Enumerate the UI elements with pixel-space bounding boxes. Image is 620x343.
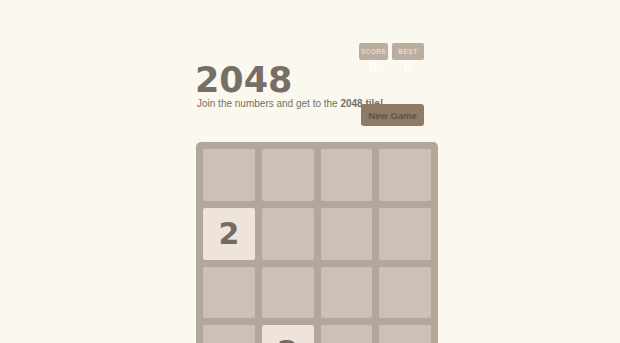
cell-empty — [379, 267, 431, 319]
cell-empty — [321, 208, 373, 260]
cell-empty — [203, 325, 255, 343]
subtitle: Join the numbers and get to the 2048 til… — [197, 98, 383, 109]
new-game-button[interactable]: New Game — [361, 104, 424, 126]
cell-empty — [379, 149, 431, 201]
subtitle-text: Join the numbers and get to the — [197, 98, 340, 109]
tile-2: 2 — [203, 208, 255, 260]
score-box: SCORE 0 — [359, 43, 388, 60]
best-value: 0 — [392, 60, 424, 74]
tile-2: 2 — [262, 325, 314, 343]
best-label: BEST — [398, 48, 417, 55]
cell-empty — [262, 208, 314, 260]
cell-empty — [262, 149, 314, 201]
score-label: SCORE — [361, 48, 387, 55]
cell-empty — [262, 267, 314, 319]
best-box: BEST 0 — [392, 43, 424, 60]
cell-empty — [379, 208, 431, 260]
cell-empty — [203, 267, 255, 319]
cell-empty — [379, 325, 431, 343]
cell-empty — [321, 325, 373, 343]
cell-empty — [203, 149, 255, 201]
scoreboard: SCORE 0 BEST 0 — [359, 43, 424, 60]
cell-empty — [321, 267, 373, 319]
cell-empty — [321, 149, 373, 201]
score-value: 0 — [359, 60, 388, 74]
game-board[interactable]: 22 — [196, 142, 438, 343]
game-title: 2048 — [195, 63, 292, 98]
